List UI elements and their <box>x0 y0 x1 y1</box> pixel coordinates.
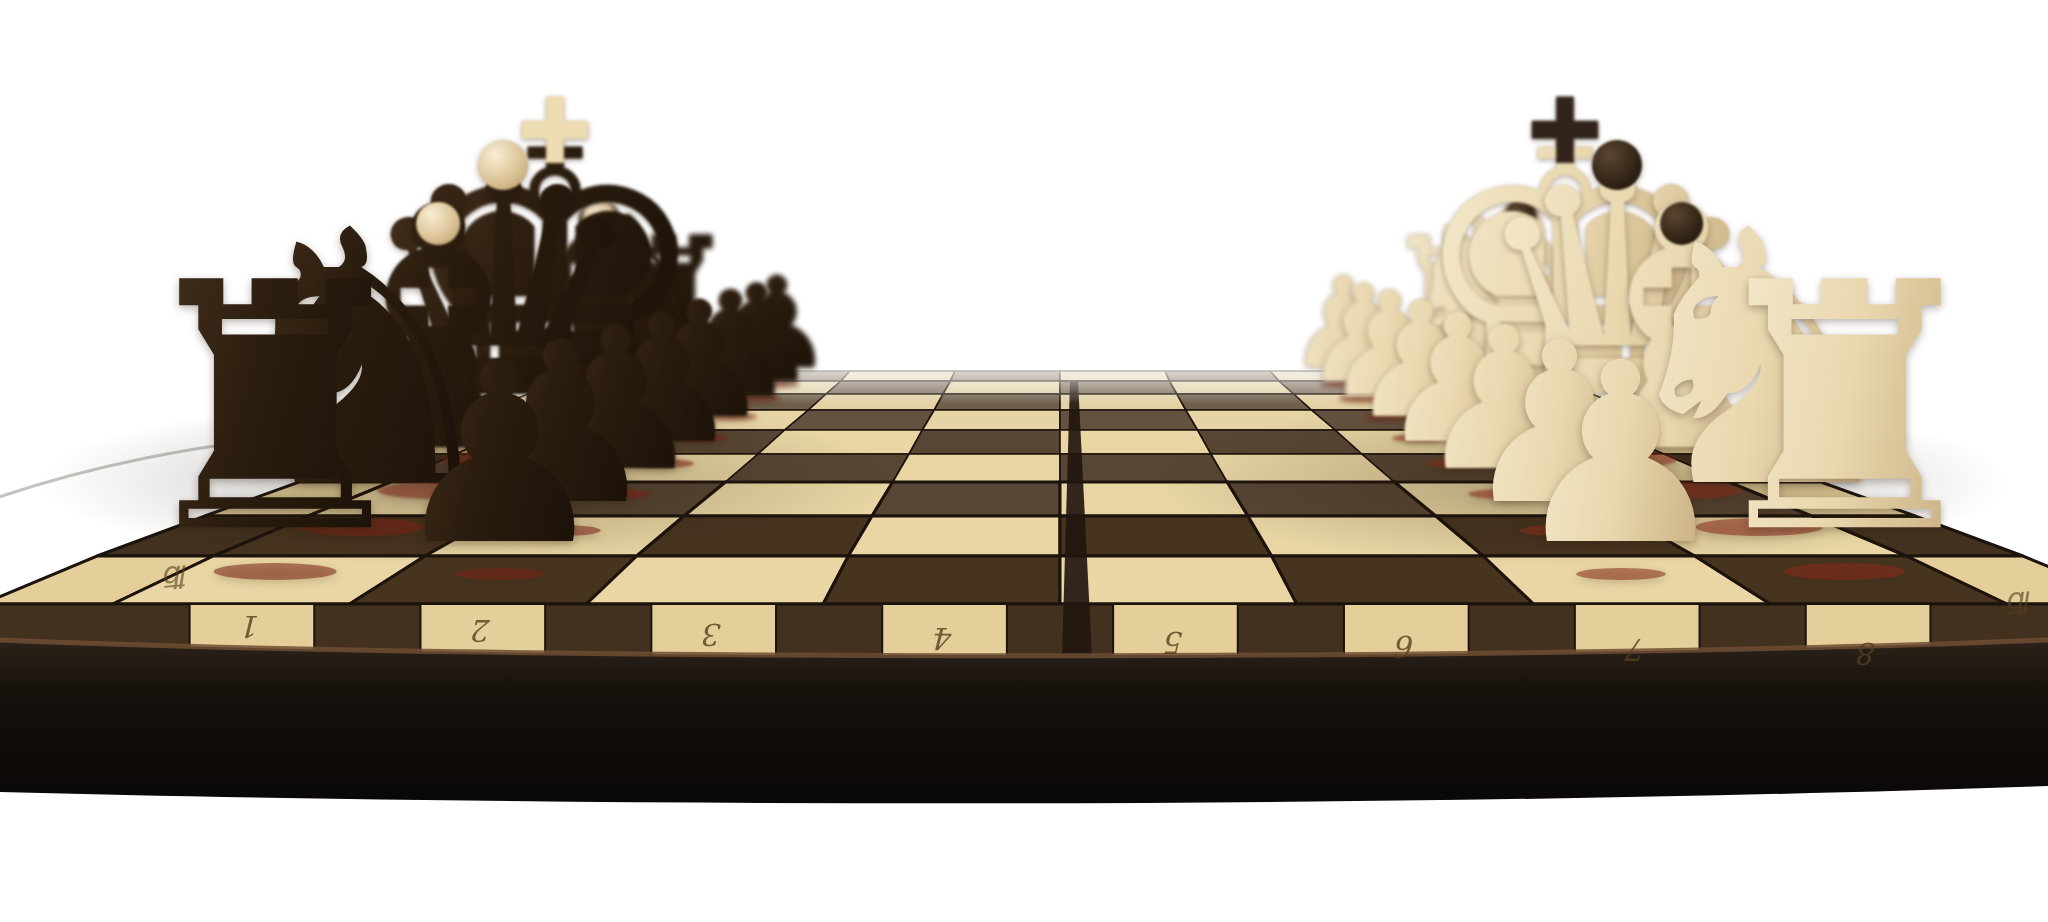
rank-label: 5 <box>1164 625 1185 660</box>
rank-label: 2 <box>471 613 492 648</box>
square-r4-f5 <box>909 430 1060 454</box>
far-edge-haze <box>520 358 1600 404</box>
far-haze-rect <box>520 358 1600 404</box>
square-r5-f1 <box>1060 556 1297 604</box>
rank-label: 4 <box>934 621 954 656</box>
rank-label: 6 <box>1394 629 1416 664</box>
board-front-face <box>0 640 2048 803</box>
square-r4-f4 <box>893 454 1060 482</box>
square-r4-f1 <box>823 556 1060 604</box>
square-r3-f6 <box>785 410 934 430</box>
square-r4-f3 <box>872 482 1060 516</box>
right-army-shadow <box>1150 397 2010 567</box>
chess-photo-stage: Side-on photograph of a folding wooden c… <box>0 0 2048 922</box>
rank-label: 3 <box>702 617 723 652</box>
board-photo: 12345678℔℔ <box>0 0 2048 922</box>
left-army-shadow <box>40 397 900 567</box>
rank-label: 8 <box>1856 636 1878 671</box>
front-face-shape <box>0 640 2048 803</box>
square-r5-f6 <box>1060 410 1198 430</box>
rank-label: 1 <box>242 609 261 644</box>
square-r4-f2 <box>848 516 1060 556</box>
square-r4-f6 <box>922 410 1060 430</box>
